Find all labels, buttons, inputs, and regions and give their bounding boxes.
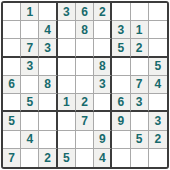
cell-r8c3[interactable] [39,131,57,149]
cell-r6c7: 6 [112,94,130,112]
cell-r1c8[interactable] [131,3,149,21]
cell-r3c8: 2 [131,39,149,57]
cell-r5c6: 3 [94,76,112,94]
cell-r5c1: 6 [3,76,21,94]
cell-r7c8[interactable] [131,112,149,130]
cell-r9c6: 4 [94,149,112,167]
cell-r8c9: 2 [149,131,167,149]
cell-r1c1[interactable] [3,3,21,21]
cell-r9c9[interactable] [149,149,167,167]
cell-r4c3[interactable] [39,58,57,76]
cell-r6c5: 2 [76,94,94,112]
cell-r6c2: 5 [21,94,39,112]
cell-r4c5[interactable] [76,58,94,76]
cell-r4c1[interactable] [3,58,21,76]
cell-r7c3[interactable] [39,112,57,130]
cell-r6c8: 3 [131,94,149,112]
cell-r5c2[interactable] [21,76,39,94]
cell-r8c8: 5 [131,131,149,149]
cell-r2c4[interactable] [58,21,76,39]
cell-r9c7[interactable] [112,149,130,167]
cell-r3c2: 7 [21,39,39,57]
cell-r7c4[interactable] [58,112,76,130]
cell-r2c1[interactable] [3,21,21,39]
cell-r9c1: 7 [3,149,21,167]
cell-r2c7: 3 [112,21,130,39]
cell-r6c4: 1 [58,94,76,112]
cell-r2c3: 4 [39,21,57,39]
cell-r7c1: 5 [3,112,21,130]
cell-r7c6[interactable] [94,112,112,130]
cell-r7c7: 9 [112,112,130,130]
cell-r2c6[interactable] [94,21,112,39]
cell-r7c9: 3 [149,112,167,130]
cell-r2c8: 1 [131,21,149,39]
cell-r2c9[interactable] [149,21,167,39]
cell-r9c3: 2 [39,149,57,167]
cell-r4c8[interactable] [131,58,149,76]
cell-r4c7[interactable] [112,58,130,76]
cell-r3c4[interactable] [58,39,76,57]
cell-r5c4[interactable] [58,76,76,94]
cell-r1c5: 6 [76,3,94,21]
cell-r6c3[interactable] [39,94,57,112]
cell-r5c8: 7 [131,76,149,94]
cell-r8c5[interactable] [76,131,94,149]
cell-r5c7[interactable] [112,76,130,94]
cell-r3c3: 3 [39,39,57,57]
cell-r1c7[interactable] [112,3,130,21]
cell-r7c5: 7 [76,112,94,130]
cell-r8c7[interactable] [112,131,130,149]
cell-r9c2[interactable] [21,149,39,167]
cell-r6c1[interactable] [3,94,21,112]
cell-r4c2: 3 [21,58,39,76]
cell-r3c6[interactable] [94,39,112,57]
sudoku-board: 1362483173523856837451263579349527254 [1,1,169,169]
cell-r1c9[interactable] [149,3,167,21]
cell-r9c5[interactable] [76,149,94,167]
cell-r1c3[interactable] [39,3,57,21]
cell-r9c4: 5 [58,149,76,167]
cell-r1c2: 1 [21,3,39,21]
cell-r6c9[interactable] [149,94,167,112]
cell-r3c7: 5 [112,39,130,57]
cell-r4c6: 8 [94,58,112,76]
cell-r3c9[interactable] [149,39,167,57]
cell-r5c9: 4 [149,76,167,94]
cell-r2c2[interactable] [21,21,39,39]
cell-r1c4: 3 [58,3,76,21]
cell-r8c4[interactable] [58,131,76,149]
cell-r1c6: 2 [94,3,112,21]
cell-r8c2: 4 [21,131,39,149]
cell-r4c9: 5 [149,58,167,76]
cell-r3c1[interactable] [3,39,21,57]
cell-r3c5[interactable] [76,39,94,57]
cell-r7c2[interactable] [21,112,39,130]
cell-r9c8[interactable] [131,149,149,167]
cell-r2c5: 8 [76,21,94,39]
cell-r4c4[interactable] [58,58,76,76]
cell-r8c6: 9 [94,131,112,149]
cell-r6c6[interactable] [94,94,112,112]
cell-r8c1[interactable] [3,131,21,149]
cell-r5c5[interactable] [76,76,94,94]
cell-r5c3: 8 [39,76,57,94]
